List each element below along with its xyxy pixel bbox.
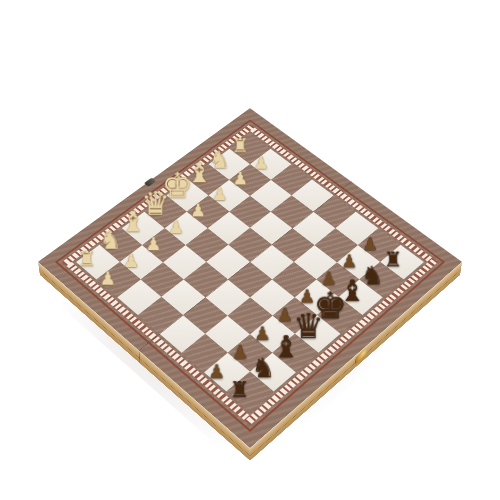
- piece-black-rook-a8: ♜: [215, 379, 265, 402]
- product-photo: ♜♟♟♜♞♟♟♞♝♟♟♝♚♟♟♚♛♟♟♛♝♟♟♝♞♟♟♞♜♟♟♜: [0, 0, 500, 500]
- piece-white-pawn-a2: ♟: [84, 270, 131, 288]
- chess-board: ♜♟♟♜♞♟♟♞♝♟♟♝♚♟♟♚♛♟♟♛♝♟♟♝♞♟♟♞♜♟♟♜: [38, 108, 462, 448]
- square-d5: [228, 262, 272, 297]
- scene: ♜♟♟♜♞♟♟♞♝♟♟♝♚♟♟♚♛♟♟♛♝♟♟♝♞♟♟♞♜♟♟♜: [0, 0, 500, 500]
